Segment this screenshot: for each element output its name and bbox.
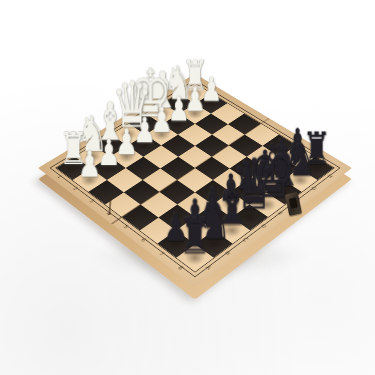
rank-label-3: 3 [88,199,95,204]
black-rook-glyph: ♜ [176,211,214,260]
piece-black-rook-a8: ♜ [169,211,222,260]
file-label-c: C [242,237,250,243]
rank-label-2: 2 [72,186,79,191]
file-label-g: G [310,186,318,191]
piece-white-pawn-a2: ♟ [65,146,114,182]
rank-label-6: 6 [140,237,148,242]
product-photo-scene: 12345678ABCDEFGH♜♟♞♟♝♟♚♟♛♟♝♟♟♞♜♟♟♜♞♟♟♝♟♚… [0,0,375,375]
file-label-b: B [223,250,231,256]
white-pawn-glyph: ♟ [72,146,107,182]
file-label-h: H [326,174,333,179]
file-label-e: E [277,211,284,216]
rank-label-1: 1 [56,174,63,179]
rank-label-5: 5 [122,224,129,229]
file-label-a: A [205,264,213,270]
rank-label-7: 7 [158,251,166,257]
file-label-d: D [260,224,268,230]
rank-label-8: 8 [177,265,185,271]
